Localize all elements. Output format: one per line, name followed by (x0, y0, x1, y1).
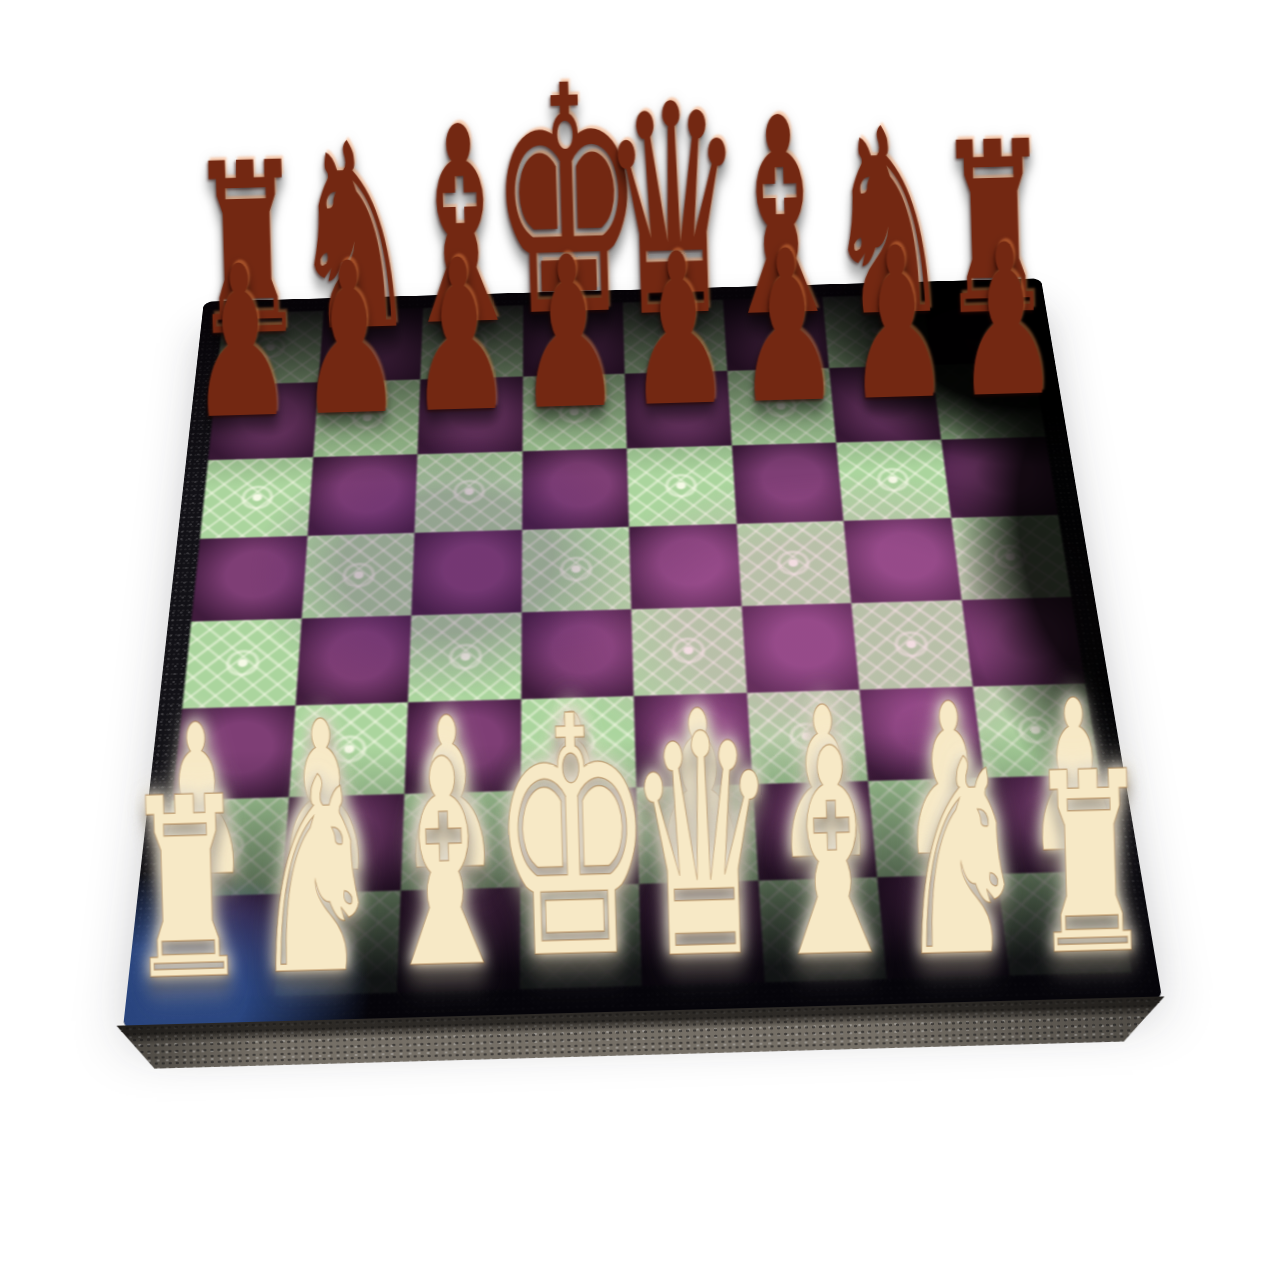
piece-black-pawn-f7[interactable]: ♟ (733, 221, 842, 433)
square-c6[interactable] (414, 451, 522, 533)
square-b5[interactable] (301, 533, 414, 619)
board-rotation-wrapper: ♜♞♝♚♛♝♞♜♟♟♟♟♟♟♟♟♟♟♟♟♟♟♟♟♜♞♝♚♛♝♞♜ (0, 0, 1280, 1280)
piece-white-bishop-f1[interactable]: ♝ (758, 709, 906, 998)
square-d5[interactable] (521, 527, 631, 613)
square-f6[interactable] (731, 443, 843, 524)
square-e6[interactable] (627, 445, 736, 526)
square-g6[interactable] (836, 440, 951, 521)
piece-white-rook-a1[interactable]: ♜ (122, 764, 252, 1016)
square-h6[interactable] (941, 437, 1058, 518)
piece-black-pawn-h7[interactable]: ♟ (952, 215, 1061, 427)
piece-white-rook-h1[interactable]: ♜ (1026, 738, 1156, 990)
piece-white-knight-g1[interactable]: ♞ (891, 722, 1031, 995)
chess-set-photo: ♜♞♝♚♛♝♞♜♟♟♟♟♟♟♟♟♟♟♟♟♟♟♟♟♜♞♝♚♛♝♞♜ (0, 0, 1280, 1280)
square-d6[interactable] (522, 448, 629, 529)
piece-black-pawn-c7[interactable]: ♟ (405, 230, 514, 442)
square-f5[interactable] (736, 521, 851, 606)
square-b6[interactable] (307, 454, 417, 536)
piece-white-knight-b1[interactable]: ♞ (245, 740, 385, 1013)
piece-black-pawn-e7[interactable]: ♟ (624, 224, 733, 436)
square-g5[interactable] (843, 518, 961, 603)
piece-black-pawn-g7[interactable]: ♟ (843, 218, 952, 430)
piece-black-pawn-a7[interactable]: ♟ (186, 236, 295, 448)
piece-black-pawn-b7[interactable]: ♟ (295, 233, 404, 445)
square-a6[interactable] (200, 457, 313, 539)
square-e5[interactable] (629, 524, 741, 609)
square-h5[interactable] (951, 515, 1072, 600)
square-c5[interactable] (411, 530, 521, 616)
square-a5[interactable] (191, 536, 307, 622)
piece-black-pawn-d7[interactable]: ♟ (514, 227, 623, 439)
